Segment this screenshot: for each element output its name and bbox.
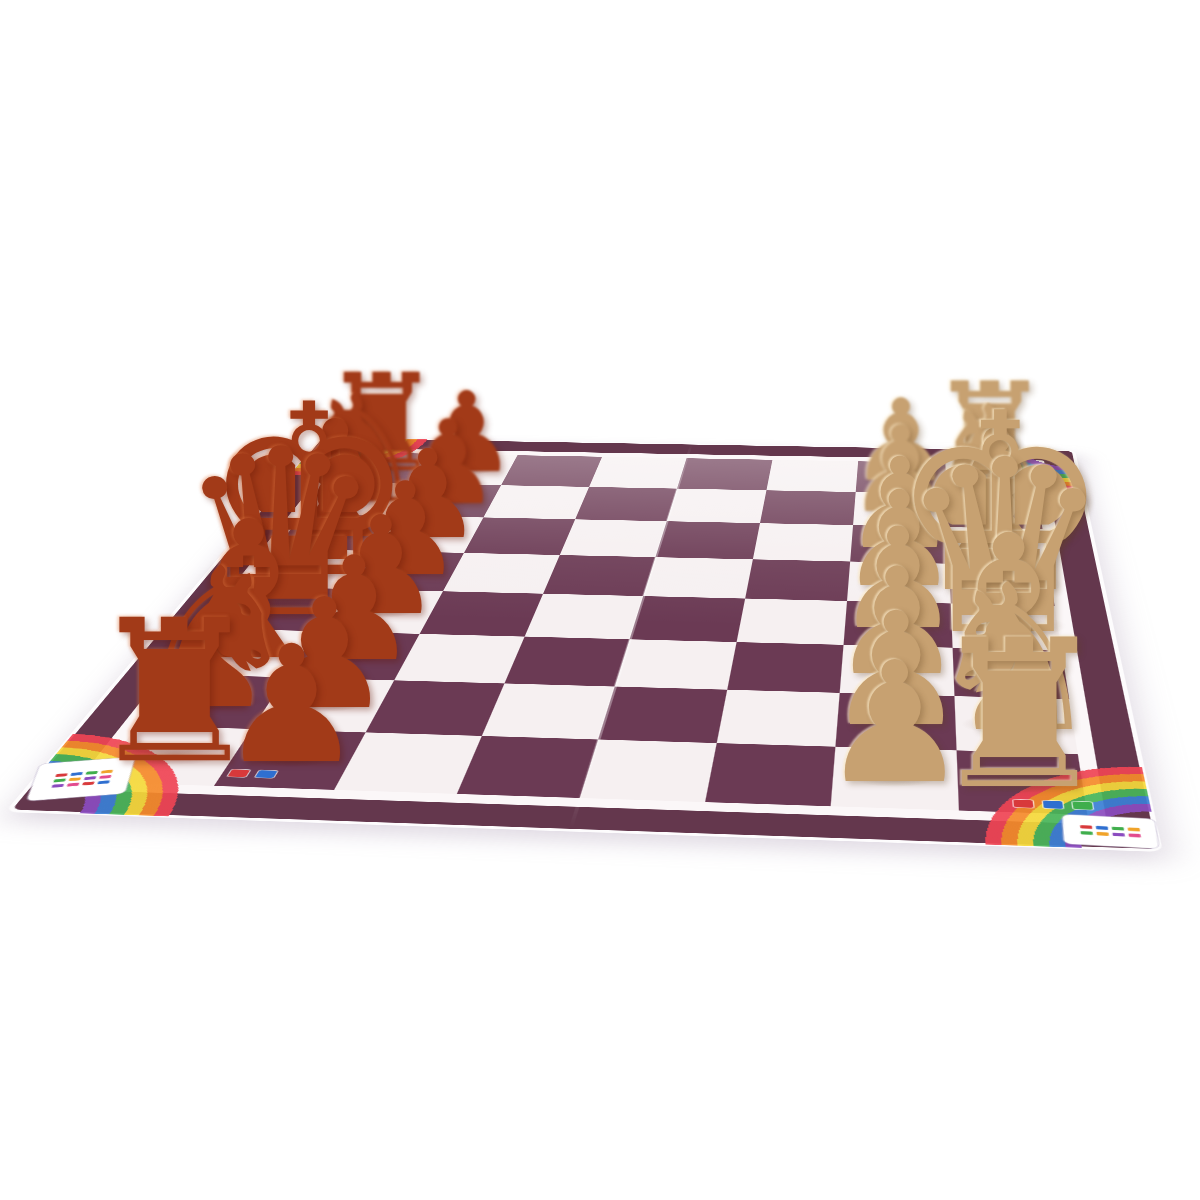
square-a5 xyxy=(456,736,598,798)
square-h4 xyxy=(677,458,772,490)
square-a2 xyxy=(831,746,959,810)
sticker-mark xyxy=(1079,825,1091,829)
sticker-mark xyxy=(1080,831,1092,835)
square-g5 xyxy=(575,487,677,521)
square-b3 xyxy=(716,690,840,747)
square-b4 xyxy=(598,687,726,743)
square-g4 xyxy=(667,488,766,523)
square-c4 xyxy=(615,639,736,690)
chess-board xyxy=(94,452,1087,815)
square-d5 xyxy=(524,594,643,639)
sticker-mark xyxy=(85,771,97,775)
sticker-mark xyxy=(83,776,95,780)
logo-marks-left xyxy=(228,769,278,778)
square-c3 xyxy=(727,642,844,693)
square-c2 xyxy=(840,645,954,696)
square-h5 xyxy=(589,457,687,489)
square-c1 xyxy=(952,647,1069,699)
square-g3 xyxy=(760,490,856,525)
square-f4 xyxy=(655,521,759,559)
chess-product-photo: ♜♟♟♜♞♟♟♞♝♟♟♝♚♟♟♚♛♟♟♛♝♟♟♝♞♟♟♞♜♟♟♜ xyxy=(0,0,1200,1200)
square-f5 xyxy=(559,519,666,557)
sticker-mark xyxy=(1128,833,1140,837)
square-g2 xyxy=(853,492,947,527)
sticker-mark xyxy=(53,778,65,782)
square-b5 xyxy=(481,683,614,739)
sticker-mark xyxy=(70,772,82,776)
square-g6 xyxy=(483,485,588,519)
square-f1 xyxy=(947,527,1048,566)
square-e2 xyxy=(847,561,950,603)
square-h3 xyxy=(766,460,858,492)
square-h6 xyxy=(501,455,602,487)
logo-chip xyxy=(1043,801,1063,809)
logo-chip xyxy=(1072,801,1093,809)
square-f3 xyxy=(752,523,853,561)
sticker-mark xyxy=(1095,826,1107,830)
square-h2 xyxy=(856,461,946,493)
square-d2 xyxy=(844,601,952,647)
square-e4 xyxy=(643,557,752,599)
sticker-mark xyxy=(100,770,112,774)
square-e6 xyxy=(443,553,559,594)
square-a4 xyxy=(580,739,717,802)
square-b2 xyxy=(835,693,956,750)
square-d6 xyxy=(420,591,543,636)
square-b1 xyxy=(954,696,1078,754)
square-f2 xyxy=(850,525,949,563)
sticker-mark xyxy=(99,775,111,779)
logo-chip xyxy=(1013,800,1033,808)
square-e5 xyxy=(543,555,656,596)
sticker-mark xyxy=(68,777,80,781)
sticker-mark xyxy=(82,781,94,785)
chess-mat xyxy=(5,437,1163,852)
square-e1 xyxy=(949,564,1055,606)
sticker-mark xyxy=(66,782,78,786)
square-d3 xyxy=(736,599,847,645)
square-g1 xyxy=(946,494,1042,529)
sticker-mark xyxy=(1111,827,1123,831)
square-f6 xyxy=(464,517,575,554)
sticker-mark xyxy=(51,784,64,788)
sticker-mark xyxy=(1127,827,1139,831)
sticker-mark xyxy=(1096,832,1108,836)
sticker-mark xyxy=(1112,833,1124,837)
brand-sticker-bottom-right xyxy=(1062,814,1158,848)
square-d1 xyxy=(950,603,1061,650)
square-h7 xyxy=(414,454,517,485)
square-e3 xyxy=(745,559,851,601)
sticker-mark xyxy=(55,773,67,777)
square-a3 xyxy=(704,743,835,806)
square-h1 xyxy=(945,463,1037,495)
sticker-mark xyxy=(97,780,109,784)
square-c5 xyxy=(504,636,630,686)
logo-chip xyxy=(228,769,251,777)
square-d4 xyxy=(630,596,745,642)
